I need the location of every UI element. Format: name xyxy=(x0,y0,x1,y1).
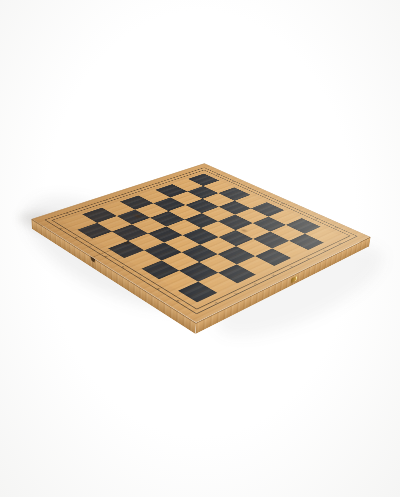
square-h5 xyxy=(237,256,274,275)
coordinate-mark: d xyxy=(121,266,126,268)
coordinate-mark: 6 xyxy=(103,200,107,202)
coordinate-mark: a xyxy=(175,299,180,301)
coordinate-mark: b xyxy=(156,288,161,290)
square-e5 xyxy=(183,228,218,244)
coordinate-mark: h xyxy=(334,227,338,229)
coordinate-mark: 2 xyxy=(172,178,176,179)
square-d8 xyxy=(108,241,145,259)
square-c7 xyxy=(112,224,147,240)
perspective-scene: abcdefgh abcdefgh 12345678 12345678 xyxy=(75,102,327,354)
coordinate-mark: b xyxy=(232,181,236,182)
square-e7 xyxy=(145,242,182,260)
coordinate-mark: f xyxy=(298,211,301,212)
photo-stage: abcdefgh abcdefgh 12345678 12345678 xyxy=(0,0,400,497)
square-f5 xyxy=(200,237,236,254)
square-g3 xyxy=(254,232,289,248)
coordinate-mark: f xyxy=(89,246,93,248)
square-g4 xyxy=(236,239,272,256)
coordinate-mark: h xyxy=(58,227,62,229)
coordinate-mark: 4 xyxy=(272,274,276,276)
square-c8 xyxy=(92,231,128,248)
square-h3 xyxy=(272,241,308,258)
square-g7 xyxy=(180,262,218,281)
coordinate-mark: c xyxy=(138,276,142,278)
coordinate-mark: 4 xyxy=(139,189,143,190)
square-e8 xyxy=(124,250,161,268)
coordinate-mark: 6 xyxy=(307,257,311,259)
square-g5 xyxy=(218,246,255,264)
coordinate-mark: 2 xyxy=(234,292,239,294)
coordinate-mark: d xyxy=(264,195,268,197)
coordinate-mark: 3 xyxy=(254,283,259,285)
wood-knot xyxy=(123,242,130,245)
square-b8 xyxy=(77,223,112,239)
square-h7 xyxy=(198,272,237,292)
square-f7 xyxy=(162,252,199,270)
coordinate-mark: 3 xyxy=(156,183,160,184)
chess-board: abcdefgh abcdefgh 12345678 12345678 xyxy=(32,163,371,323)
fold-seam-top-face xyxy=(92,250,112,258)
brass-latch-icon xyxy=(291,275,297,283)
square-d6 xyxy=(148,226,183,242)
square-h2 xyxy=(289,233,324,250)
coordinate-mark: a xyxy=(216,174,219,175)
square-g6 xyxy=(199,254,236,272)
coordinate-mark: 5 xyxy=(290,265,294,267)
square-f4 xyxy=(218,230,253,246)
coordinate-mark: e xyxy=(281,203,285,205)
coordinate-marks-bottom: abcdefgh xyxy=(51,223,190,308)
coordinate-mark: 1 xyxy=(188,172,192,173)
square-d7 xyxy=(128,233,164,250)
coordinate-mark: 7 xyxy=(84,206,88,208)
coordinate-marks-right: 12345678 xyxy=(204,238,351,309)
coordinate-mark: 8 xyxy=(64,213,68,215)
coordinate-mark: 8 xyxy=(339,242,343,244)
coordinate-mark: g xyxy=(315,218,319,220)
square-h6 xyxy=(218,264,256,283)
square-f6 xyxy=(181,244,218,262)
coordinate-mark: e xyxy=(104,255,108,257)
square-f8 xyxy=(141,260,179,279)
square-h4 xyxy=(255,248,292,266)
coordinate-mark: 1 xyxy=(214,302,219,305)
coordinate-mark: c xyxy=(248,188,251,189)
board-tilt-wrapper: abcdefgh abcdefgh 12345678 12345678 xyxy=(75,102,327,354)
checkerboard-field xyxy=(63,174,340,303)
square-h8 xyxy=(178,281,218,302)
coordinate-mark: 5 xyxy=(121,194,125,196)
square-e6 xyxy=(164,235,200,252)
square-g8 xyxy=(159,270,198,290)
coordinate-mark: g xyxy=(73,237,77,239)
board-top-face: abcdefgh abcdefgh 12345678 12345678 xyxy=(32,163,371,323)
coordinate-mark: 7 xyxy=(323,249,327,251)
